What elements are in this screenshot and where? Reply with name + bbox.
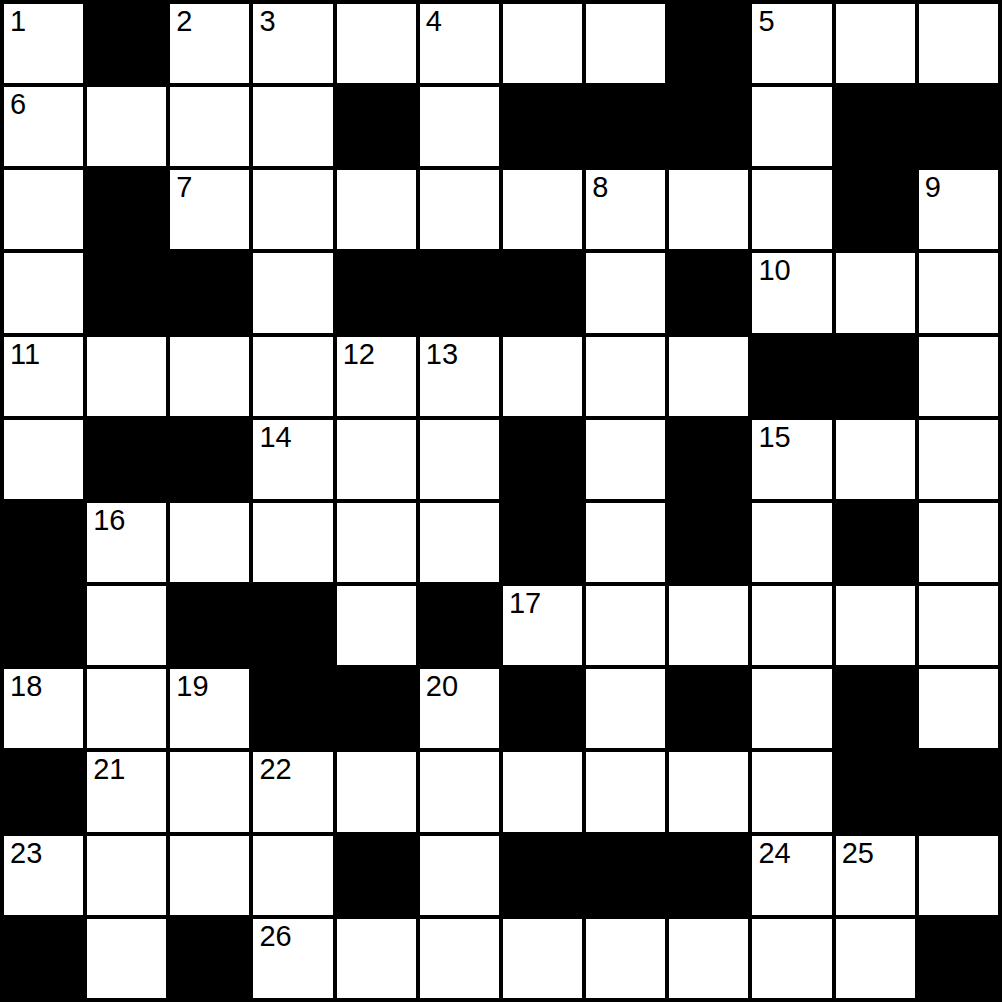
clue-number-12: 12: [343, 338, 375, 371]
white-cell-r6c3[interactable]: [253, 503, 332, 582]
black-cell-r1c4: [337, 87, 416, 166]
white-cell-r9c6[interactable]: [503, 752, 582, 831]
black-cell-r5c6: [503, 420, 582, 499]
white-cell-r11c3[interactable]: 26: [253, 919, 332, 998]
clue-number-13: 13: [426, 338, 458, 371]
black-cell-r6c8: [669, 503, 748, 582]
white-cell-r9c7[interactable]: [586, 752, 665, 831]
white-cell-r5c7[interactable]: [586, 420, 665, 499]
white-cell-r4c6[interactable]: [503, 337, 582, 416]
clue-number-9: 9: [925, 171, 941, 204]
white-cell-r4c1[interactable]: [87, 337, 166, 416]
clue-number-4: 4: [426, 5, 442, 38]
white-cell-r3c9[interactable]: 10: [752, 253, 831, 332]
white-cell-r7c8[interactable]: [669, 586, 748, 665]
black-cell-r3c2: [170, 253, 249, 332]
black-cell-r3c4: [337, 253, 416, 332]
clue-number-1: 1: [10, 5, 26, 38]
clue-number-25: 25: [842, 837, 874, 870]
clue-number-23: 23: [10, 837, 42, 870]
black-cell-r7c2: [170, 586, 249, 665]
black-cell-r11c2: [170, 919, 249, 998]
black-cell-r1c7: [586, 87, 665, 166]
clue-number-11: 11: [10, 338, 40, 371]
white-cell-r3c3[interactable]: [253, 253, 332, 332]
black-cell-r6c10: [836, 503, 915, 582]
clue-number-18: 18: [10, 670, 42, 703]
white-cell-r0c10[interactable]: [836, 4, 915, 83]
white-cell-r7c10[interactable]: [836, 586, 915, 665]
white-cell-r1c9[interactable]: [752, 87, 831, 166]
white-cell-r5c0[interactable]: [4, 420, 83, 499]
clue-number-20: 20: [426, 670, 458, 703]
black-cell-r1c6: [503, 87, 582, 166]
white-cell-r5c9[interactable]: 15: [752, 420, 831, 499]
white-cell-r8c2[interactable]: 19: [170, 669, 249, 748]
white-cell-r2c11[interactable]: 9: [919, 170, 998, 249]
clue-number-3: 3: [259, 5, 275, 38]
black-cell-r11c0: [4, 919, 83, 998]
white-cell-r6c5[interactable]: [420, 503, 499, 582]
white-cell-r2c4[interactable]: [337, 170, 416, 249]
black-cell-r2c10: [836, 170, 915, 249]
black-cell-r5c1: [87, 420, 166, 499]
black-cell-r9c0: [4, 752, 83, 831]
white-cell-r11c6[interactable]: [503, 919, 582, 998]
black-cell-r1c8: [669, 87, 748, 166]
white-cell-r0c4[interactable]: [337, 4, 416, 83]
clue-number-24: 24: [758, 837, 790, 870]
black-cell-r6c0: [4, 503, 83, 582]
clue-number-10: 10: [758, 254, 790, 287]
white-cell-r2c6[interactable]: [503, 170, 582, 249]
white-cell-r6c4[interactable]: [337, 503, 416, 582]
clue-number-22: 22: [259, 753, 291, 786]
black-cell-r8c4: [337, 669, 416, 748]
white-cell-r3c11[interactable]: [919, 253, 998, 332]
white-cell-r11c4[interactable]: [337, 919, 416, 998]
clue-number-21: 21: [93, 753, 125, 786]
white-cell-r1c5[interactable]: [420, 87, 499, 166]
clue-number-15: 15: [758, 421, 790, 454]
white-cell-r6c1[interactable]: 16: [87, 503, 166, 582]
black-cell-r10c8: [669, 836, 748, 915]
white-cell-r0c11[interactable]: [919, 4, 998, 83]
white-cell-r8c11[interactable]: [919, 669, 998, 748]
white-cell-r10c1[interactable]: [87, 836, 166, 915]
white-cell-r4c5[interactable]: 13: [420, 337, 499, 416]
white-cell-r0c0[interactable]: 1: [4, 4, 83, 83]
white-cell-r9c5[interactable]: [420, 752, 499, 831]
white-cell-r0c6[interactable]: [503, 4, 582, 83]
white-cell-r2c0[interactable]: [4, 170, 83, 249]
white-cell-r8c5[interactable]: 20: [420, 669, 499, 748]
clue-number-7: 7: [176, 171, 192, 204]
black-cell-r3c6: [503, 253, 582, 332]
white-cell-r2c3[interactable]: [253, 170, 332, 249]
white-cell-r0c7[interactable]: [586, 4, 665, 83]
white-cell-r5c5[interactable]: [420, 420, 499, 499]
white-cell-r7c11[interactable]: [919, 586, 998, 665]
white-cell-r11c5[interactable]: [420, 919, 499, 998]
black-cell-r11c11: [919, 919, 998, 998]
white-cell-r9c9[interactable]: [752, 752, 831, 831]
white-cell-r5c3[interactable]: 14: [253, 420, 332, 499]
black-cell-r7c0: [4, 586, 83, 665]
clue-number-17: 17: [509, 587, 541, 620]
white-cell-r6c11[interactable]: [919, 503, 998, 582]
black-cell-r0c1: [87, 4, 166, 83]
clue-number-6: 6: [10, 88, 26, 121]
white-cell-r1c2[interactable]: [170, 87, 249, 166]
black-cell-r3c5: [420, 253, 499, 332]
black-cell-r10c4: [337, 836, 416, 915]
white-cell-r10c5[interactable]: [420, 836, 499, 915]
clue-number-26: 26: [259, 920, 291, 953]
black-cell-r1c11: [919, 87, 998, 166]
white-cell-r11c10[interactable]: [836, 919, 915, 998]
white-cell-r5c10[interactable]: [836, 420, 915, 499]
clue-number-5: 5: [758, 5, 774, 38]
black-cell-r8c10: [836, 669, 915, 748]
white-cell-r4c7[interactable]: [586, 337, 665, 416]
white-cell-r8c9[interactable]: [752, 669, 831, 748]
white-cell-r10c3[interactable]: [253, 836, 332, 915]
clue-number-16: 16: [93, 504, 125, 537]
clue-number-2: 2: [176, 5, 192, 38]
black-cell-r1c10: [836, 87, 915, 166]
black-cell-r10c7: [586, 836, 665, 915]
clue-number-14: 14: [259, 421, 291, 454]
white-cell-r0c9[interactable]: 5: [752, 4, 831, 83]
white-cell-r11c9[interactable]: [752, 919, 831, 998]
white-cell-r6c2[interactable]: [170, 503, 249, 582]
white-cell-r2c7[interactable]: 8: [586, 170, 665, 249]
black-cell-r0c8: [669, 4, 748, 83]
white-cell-r0c2[interactable]: 2: [170, 4, 249, 83]
white-cell-r9c8[interactable]: [669, 752, 748, 831]
white-cell-r9c4[interactable]: [337, 752, 416, 831]
black-cell-r2c1: [87, 170, 166, 249]
white-cell-r5c11[interactable]: [919, 420, 998, 499]
white-cell-r9c1[interactable]: 21: [87, 752, 166, 831]
white-cell-r2c5[interactable]: [420, 170, 499, 249]
white-cell-r10c0[interactable]: 23: [4, 836, 83, 915]
white-cell-r2c8[interactable]: [669, 170, 748, 249]
white-cell-r3c0[interactable]: [4, 253, 83, 332]
white-cell-r4c8[interactable]: [669, 337, 748, 416]
black-cell-r6c6: [503, 503, 582, 582]
white-cell-r6c7[interactable]: [586, 503, 665, 582]
white-cell-r4c0[interactable]: 11: [4, 337, 83, 416]
white-cell-r0c3[interactable]: 3: [253, 4, 332, 83]
black-cell-r5c2: [170, 420, 249, 499]
white-cell-r7c4[interactable]: [337, 586, 416, 665]
white-cell-r7c1[interactable]: [87, 586, 166, 665]
white-cell-r4c3[interactable]: [253, 337, 332, 416]
white-cell-r11c7[interactable]: [586, 919, 665, 998]
white-cell-r10c10[interactable]: 25: [836, 836, 915, 915]
white-cell-r9c3[interactable]: 22: [253, 752, 332, 831]
white-cell-r4c2[interactable]: [170, 337, 249, 416]
white-cell-r4c4[interactable]: 12: [337, 337, 416, 416]
black-cell-r4c10: [836, 337, 915, 416]
white-cell-r10c9[interactable]: 24: [752, 836, 831, 915]
white-cell-r8c7[interactable]: [586, 669, 665, 748]
white-cell-r6c9[interactable]: [752, 503, 831, 582]
white-cell-r8c1[interactable]: [87, 669, 166, 748]
black-cell-r8c3: [253, 669, 332, 748]
white-cell-r10c11[interactable]: [919, 836, 998, 915]
white-cell-r11c8[interactable]: [669, 919, 748, 998]
white-cell-r2c9[interactable]: [752, 170, 831, 249]
black-cell-r7c5: [420, 586, 499, 665]
white-cell-r4c11[interactable]: [919, 337, 998, 416]
white-cell-r7c6[interactable]: 17: [503, 586, 582, 665]
white-cell-r0c5[interactable]: 4: [420, 4, 499, 83]
black-cell-r9c11: [919, 752, 998, 831]
black-cell-r4c9: [752, 337, 831, 416]
white-cell-r3c10[interactable]: [836, 253, 915, 332]
white-cell-r3c7[interactable]: [586, 253, 665, 332]
clue-number-19: 19: [176, 670, 208, 703]
white-cell-r1c1[interactable]: [87, 87, 166, 166]
white-cell-r2c2[interactable]: 7: [170, 170, 249, 249]
black-cell-r10c6: [503, 836, 582, 915]
white-cell-r1c0[interactable]: 6: [4, 87, 83, 166]
black-cell-r8c6: [503, 669, 582, 748]
white-cell-r11c1[interactable]: [87, 919, 166, 998]
black-cell-r9c10: [836, 752, 915, 831]
white-cell-r9c2[interactable]: [170, 752, 249, 831]
white-cell-r1c3[interactable]: [253, 87, 332, 166]
white-cell-r5c4[interactable]: [337, 420, 416, 499]
black-cell-r7c3: [253, 586, 332, 665]
black-cell-r5c8: [669, 420, 748, 499]
crossword-grid: 1234567891011121314151617181920212223242…: [0, 0, 1002, 1002]
black-cell-r8c8: [669, 669, 748, 748]
black-cell-r3c8: [669, 253, 748, 332]
white-cell-r10c2[interactable]: [170, 836, 249, 915]
black-cell-r3c1: [87, 253, 166, 332]
white-cell-r7c9[interactable]: [752, 586, 831, 665]
clue-number-8: 8: [592, 171, 608, 204]
white-cell-r7c7[interactable]: [586, 586, 665, 665]
white-cell-r8c0[interactable]: 18: [4, 669, 83, 748]
